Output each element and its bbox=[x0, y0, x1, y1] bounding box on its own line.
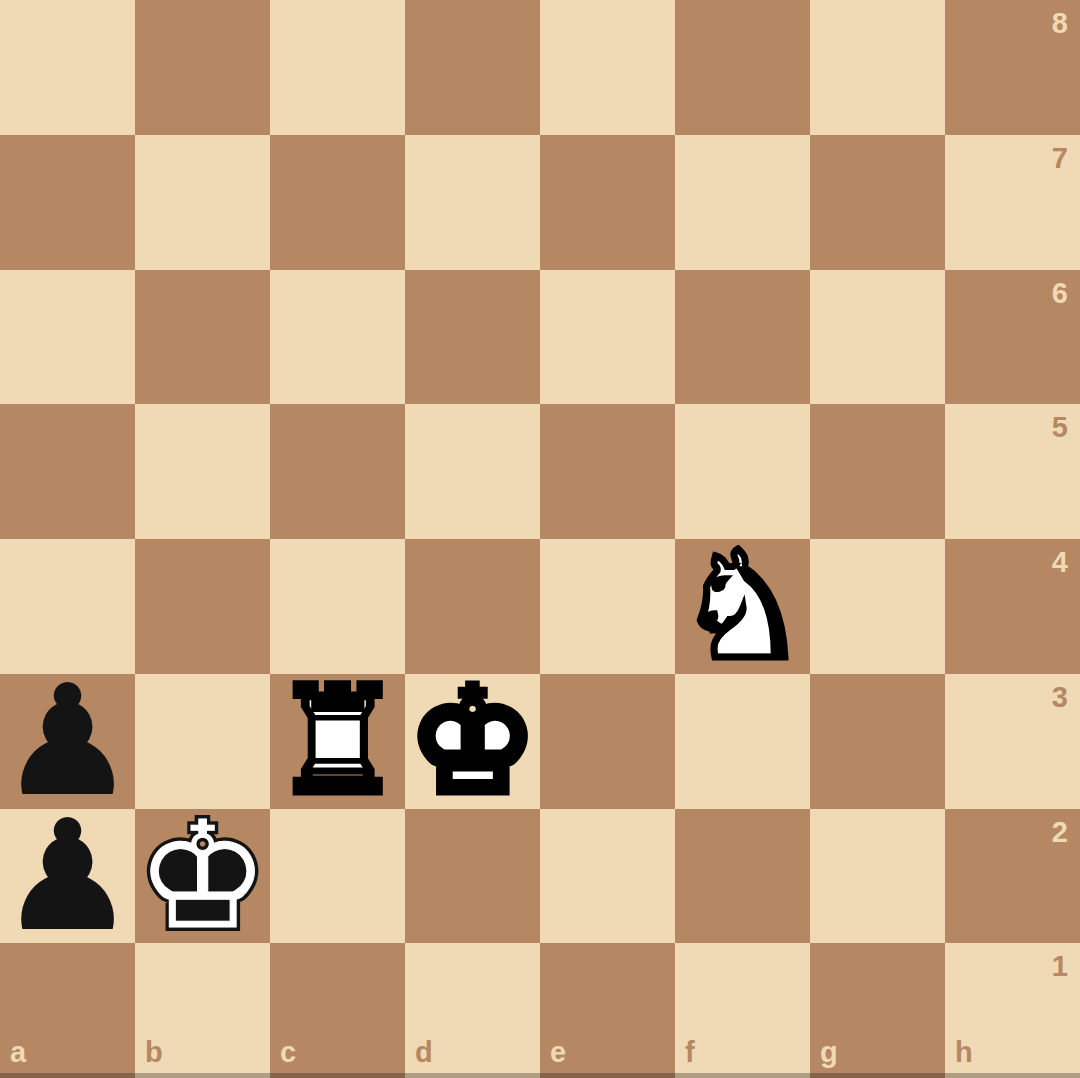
rank-label-3: 3 bbox=[1052, 683, 1068, 712]
square-g3[interactable] bbox=[810, 674, 945, 809]
square-f7[interactable] bbox=[675, 135, 810, 270]
white-rook-detail-icon: ♖ bbox=[270, 674, 405, 809]
square-b4[interactable] bbox=[135, 539, 270, 674]
square-f4[interactable]: ♞♘ bbox=[675, 539, 810, 674]
rank-label-1: 1 bbox=[1052, 952, 1068, 981]
square-e8[interactable] bbox=[540, 0, 675, 135]
file-label-f: f bbox=[685, 1038, 695, 1067]
black-pawn[interactable]: ♟ bbox=[0, 674, 135, 809]
square-b5[interactable] bbox=[135, 404, 270, 539]
square-f2[interactable] bbox=[675, 809, 810, 944]
square-g5[interactable] bbox=[810, 404, 945, 539]
square-e4[interactable] bbox=[540, 539, 675, 674]
square-g2[interactable] bbox=[810, 809, 945, 944]
square-b8[interactable] bbox=[135, 0, 270, 135]
file-label-a: a bbox=[10, 1038, 26, 1067]
rank-label-8: 8 bbox=[1052, 9, 1068, 38]
square-f8[interactable] bbox=[675, 0, 810, 135]
file-label-e: e bbox=[550, 1038, 566, 1067]
white-king-detail-icon: ♔ bbox=[405, 674, 540, 809]
square-g8[interactable] bbox=[810, 0, 945, 135]
black-king[interactable]: ♚♔ bbox=[135, 809, 270, 944]
board-bottom-shadow bbox=[0, 1073, 1080, 1078]
square-b3[interactable] bbox=[135, 674, 270, 809]
square-d5[interactable] bbox=[405, 404, 540, 539]
black-pawn[interactable]: ♟ bbox=[0, 809, 135, 944]
square-b6[interactable] bbox=[135, 270, 270, 405]
file-label-c: c bbox=[280, 1038, 296, 1067]
black-pawn-glyph: ♟ bbox=[0, 674, 135, 809]
square-d4[interactable] bbox=[405, 539, 540, 674]
square-h8[interactable]: 8 bbox=[945, 0, 1080, 135]
white-rook-glyph: ♜ bbox=[270, 674, 405, 809]
square-h6[interactable]: 6 bbox=[945, 270, 1080, 405]
square-c4[interactable] bbox=[270, 539, 405, 674]
square-h7[interactable]: 7 bbox=[945, 135, 1080, 270]
square-e2[interactable] bbox=[540, 809, 675, 944]
white-king-glyph: ♚ bbox=[405, 674, 540, 809]
square-d1[interactable]: d bbox=[405, 943, 540, 1078]
file-label-h: h bbox=[955, 1038, 973, 1067]
square-a6[interactable] bbox=[0, 270, 135, 405]
square-e7[interactable] bbox=[540, 135, 675, 270]
square-d7[interactable] bbox=[405, 135, 540, 270]
square-b1[interactable]: b bbox=[135, 943, 270, 1078]
white-knight-detail-icon: ♘ bbox=[675, 539, 810, 674]
square-f5[interactable] bbox=[675, 404, 810, 539]
chess-board: 8765♞♘4♟♜♖♚♔3♟♚♔2abcdefg1h bbox=[0, 0, 1080, 1078]
black-king-glyph: ♚ bbox=[135, 809, 270, 944]
file-label-b: b bbox=[145, 1038, 163, 1067]
square-h5[interactable]: 5 bbox=[945, 404, 1080, 539]
square-g4[interactable] bbox=[810, 539, 945, 674]
square-e6[interactable] bbox=[540, 270, 675, 405]
square-c5[interactable] bbox=[270, 404, 405, 539]
square-d2[interactable] bbox=[405, 809, 540, 944]
square-a4[interactable] bbox=[0, 539, 135, 674]
square-c6[interactable] bbox=[270, 270, 405, 405]
square-g6[interactable] bbox=[810, 270, 945, 405]
square-d8[interactable] bbox=[405, 0, 540, 135]
square-a2[interactable]: ♟ bbox=[0, 809, 135, 944]
file-label-d: d bbox=[415, 1038, 433, 1067]
square-h2[interactable]: 2 bbox=[945, 809, 1080, 944]
black-pawn-glyph: ♟ bbox=[0, 809, 135, 944]
square-a3[interactable]: ♟ bbox=[0, 674, 135, 809]
square-e1[interactable]: e bbox=[540, 943, 675, 1078]
square-h4[interactable]: 4 bbox=[945, 539, 1080, 674]
white-rook[interactable]: ♜♖ bbox=[270, 674, 405, 809]
square-a5[interactable] bbox=[0, 404, 135, 539]
square-c2[interactable] bbox=[270, 809, 405, 944]
square-c1[interactable]: c bbox=[270, 943, 405, 1078]
rank-label-4: 4 bbox=[1052, 548, 1068, 577]
rank-label-2: 2 bbox=[1052, 818, 1068, 847]
square-a8[interactable] bbox=[0, 0, 135, 135]
square-f1[interactable]: f bbox=[675, 943, 810, 1078]
square-e5[interactable] bbox=[540, 404, 675, 539]
square-b2[interactable]: ♚♔ bbox=[135, 809, 270, 944]
rank-label-6: 6 bbox=[1052, 279, 1068, 308]
square-b7[interactable] bbox=[135, 135, 270, 270]
square-a1[interactable]: a bbox=[0, 943, 135, 1078]
white-knight[interactable]: ♞♘ bbox=[675, 539, 810, 674]
black-king-detail-icon: ♔ bbox=[135, 809, 270, 944]
square-c3[interactable]: ♜♖ bbox=[270, 674, 405, 809]
square-g7[interactable] bbox=[810, 135, 945, 270]
square-h1[interactable]: 1h bbox=[945, 943, 1080, 1078]
square-h3[interactable]: 3 bbox=[945, 674, 1080, 809]
white-knight-glyph: ♞ bbox=[675, 539, 810, 674]
square-f3[interactable] bbox=[675, 674, 810, 809]
rank-label-7: 7 bbox=[1052, 144, 1068, 173]
square-c8[interactable] bbox=[270, 0, 405, 135]
square-f6[interactable] bbox=[675, 270, 810, 405]
square-c7[interactable] bbox=[270, 135, 405, 270]
white-king[interactable]: ♚♔ bbox=[405, 674, 540, 809]
square-d6[interactable] bbox=[405, 270, 540, 405]
rank-label-5: 5 bbox=[1052, 413, 1068, 442]
square-d3[interactable]: ♚♔ bbox=[405, 674, 540, 809]
square-g1[interactable]: g bbox=[810, 943, 945, 1078]
square-e3[interactable] bbox=[540, 674, 675, 809]
file-label-g: g bbox=[820, 1038, 838, 1067]
square-a7[interactable] bbox=[0, 135, 135, 270]
